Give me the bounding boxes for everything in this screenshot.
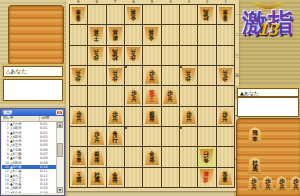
square-24[interactable] [198, 66, 215, 85]
gekisashi-logo: 激指 13 [236, 1, 300, 47]
square-27[interactable] [198, 127, 215, 146]
gote-info-box [3, 79, 63, 101]
square-55[interactable]: 龍王 [143, 86, 160, 105]
hand-piece-飛車[interactable]: 飛車 [247, 127, 263, 145]
piece-金将-52[interactable]: 金将 [144, 27, 159, 43]
piece-香車-19[interactable]: 香車 [218, 169, 233, 185]
piece-歩兵-54[interactable]: 歩兵 [144, 68, 159, 84]
square-66[interactable] [125, 107, 142, 126]
piece-歩兵-45[interactable]: 歩兵 [163, 88, 178, 104]
square-59[interactable] [143, 168, 160, 187]
rank-label: 三 [235, 45, 239, 65]
square-79[interactable]: 金将 [107, 168, 124, 187]
hand-piece-歩兵[interactable]: 歩兵 [247, 176, 260, 191]
hand-piece-桂馬[interactable]: 桂馬 [247, 157, 262, 174]
square-67[interactable] [125, 127, 142, 146]
square-35[interactable] [180, 86, 197, 105]
hoshi-dot [125, 66, 127, 68]
gote-captured-stand[interactable] [8, 5, 64, 65]
square-73[interactable]: 桂馬 [107, 46, 124, 65]
piece-歩兵-14[interactable]: 歩兵 [218, 68, 233, 84]
piece-桂馬-89[interactable]: 桂馬 [89, 169, 104, 185]
square-16[interactable]: 歩兵 [217, 107, 234, 126]
scroll-up-icon[interactable]: ▲ [57, 122, 63, 128]
square-92[interactable] [70, 25, 87, 44]
gote-player-label: △あなた [3, 66, 63, 77]
kifu-move-list[interactable]: 1▲7六歩0:012△3四歩0:013▲6六歩0:024△8四歩0:035▲5六… [2, 122, 58, 193]
piece-銀将-88[interactable]: 銀将 [89, 149, 104, 165]
square-96[interactable]: 歩兵 [70, 107, 87, 126]
kifu-row-17[interactable]: 17▲5八金0:16 [2, 191, 58, 193]
square-19[interactable]: 香車 [217, 168, 234, 187]
piece-成銀-29[interactable]: 成銀 [199, 169, 214, 185]
square-23[interactable] [198, 46, 215, 65]
square-18[interactable] [217, 147, 234, 166]
kifu-title: 棋譜 [3, 109, 12, 116]
piece-歩兵-65[interactable]: 歩兵 [126, 88, 141, 104]
square-77[interactable]: 角行 [107, 127, 124, 146]
square-48[interactable] [162, 147, 179, 166]
piece-歩兵-34[interactable]: 歩兵 [181, 68, 196, 84]
square-54[interactable]: 歩兵 [143, 66, 160, 85]
square-72[interactable]: 銀将 [107, 25, 124, 44]
square-39[interactable] [180, 168, 197, 187]
piece-金将-61[interactable]: 金将 [126, 7, 141, 23]
piece-金将-58[interactable]: 金将 [144, 149, 159, 165]
piece-歩兵-36[interactable]: 歩兵 [181, 108, 196, 124]
square-69[interactable] [125, 168, 142, 187]
piece-香車-98[interactable]: 香車 [71, 149, 86, 165]
square-88[interactable]: 銀将 [88, 147, 105, 166]
piece-金将-79[interactable]: 金将 [108, 169, 123, 185]
square-98[interactable]: 香車 [70, 147, 87, 166]
square-93[interactable] [70, 46, 87, 65]
square-12[interactable] [217, 25, 234, 44]
square-41[interactable] [162, 5, 179, 24]
square-91[interactable]: 香車 [70, 5, 87, 24]
piece-龍王-55[interactable]: 龍王 [144, 88, 159, 104]
square-45[interactable]: 歩兵 [162, 86, 179, 105]
square-65[interactable]: 歩兵 [125, 86, 142, 105]
square-38[interactable] [180, 147, 197, 166]
hand-piece-歩兵[interactable]: 歩兵 [275, 176, 288, 191]
square-11[interactable]: 香車 [217, 5, 234, 24]
square-28[interactable]: 角行 [198, 147, 215, 166]
square-43[interactable] [162, 46, 179, 65]
piece-桂馬-73[interactable]: 桂馬 [108, 47, 123, 63]
sente-info-box [237, 97, 299, 117]
kifu-window: 棋譜 × 指し手 時間 1▲7六歩0:012△3四歩0:013▲6六歩0:024… [0, 108, 65, 196]
square-85[interactable] [88, 86, 105, 105]
piece-歩兵-63[interactable]: 歩兵 [126, 47, 141, 63]
square-76[interactable]: 歩兵 [107, 107, 124, 126]
square-29[interactable]: 成銀 [198, 168, 215, 187]
piece-銀将-72[interactable]: 銀将 [108, 27, 123, 43]
square-99[interactable]: 玉将 [70, 168, 87, 187]
scroll-down-icon[interactable]: ▼ [57, 187, 63, 193]
square-95[interactable] [70, 86, 87, 105]
piece-香車-11[interactable]: 香車 [218, 7, 233, 23]
square-78[interactable] [107, 147, 124, 166]
piece-桂馬-21[interactable]: 桂馬 [199, 7, 214, 23]
kifu-titlebar[interactable]: 棋譜 × [1, 109, 64, 116]
piece-玉将-99[interactable]: 玉将 [71, 169, 86, 185]
close-icon[interactable]: × [56, 110, 63, 115]
piece-銀将-56[interactable]: 銀将 [144, 108, 159, 124]
square-46[interactable] [162, 107, 179, 126]
square-13[interactable] [217, 46, 234, 65]
square-61[interactable]: 金将 [125, 5, 142, 24]
piece-歩兵-96[interactable]: 歩兵 [71, 108, 86, 124]
square-51[interactable] [143, 5, 160, 24]
square-87[interactable]: 歩兵 [88, 127, 105, 146]
piece-歩兵-87[interactable]: 歩兵 [89, 129, 104, 145]
hand-piece-歩兵[interactable]: 歩兵 [289, 176, 300, 191]
square-52[interactable]: 金将 [143, 25, 160, 44]
square-25[interactable] [198, 86, 215, 105]
square-89[interactable]: 桂馬 [88, 168, 105, 187]
square-22[interactable] [198, 25, 215, 44]
square-37[interactable] [180, 127, 197, 146]
square-71[interactable] [107, 5, 124, 24]
square-44[interactable] [162, 66, 179, 85]
square-53[interactable] [143, 46, 160, 65]
square-56[interactable]: 銀将 [143, 107, 160, 126]
piece-歩兵-76[interactable]: 歩兵 [108, 108, 123, 124]
logo-version-number: 13 [257, 21, 278, 39]
square-21[interactable]: 桂馬 [198, 5, 215, 24]
square-83[interactable]: 歩兵 [88, 46, 105, 65]
piece-角行-28[interactable]: 角行 [199, 149, 214, 165]
scroll-thumb[interactable] [57, 143, 63, 157]
square-57[interactable] [143, 127, 160, 146]
piece-角行-77[interactable]: 角行 [108, 129, 123, 145]
shogi-app-screen: △あなた 987654321 一二三四五六七八九 香車金将桂馬香車王将銀将金将歩… [0, 0, 300, 196]
square-42[interactable] [162, 25, 179, 44]
square-74[interactable]: 歩兵 [107, 66, 124, 85]
sente-player-label: ▲あなた [237, 88, 299, 97]
board-grid[interactable]: 香車金将桂馬香車王将銀将金将歩兵桂馬歩兵歩兵歩兵歩兵歩兵歩兵歩兵龍王歩兵歩兵歩兵… [69, 4, 235, 188]
square-62[interactable] [125, 25, 142, 44]
square-82[interactable]: 王将 [88, 25, 105, 44]
square-14[interactable]: 歩兵 [217, 66, 234, 85]
piece-歩兵-94[interactable]: 歩兵 [71, 68, 86, 84]
square-36[interactable]: 歩兵 [180, 107, 197, 126]
square-84[interactable] [88, 66, 105, 85]
square-86[interactable] [88, 107, 105, 126]
square-26[interactable] [198, 107, 215, 126]
shogi-board: 987654321 一二三四五六七八九 香車金将桂馬香車王将銀将金将歩兵桂馬歩兵… [66, 0, 239, 191]
piece-歩兵-16[interactable]: 歩兵 [218, 108, 233, 124]
square-63[interactable]: 歩兵 [125, 46, 142, 65]
piece-香車-91[interactable]: 香車 [71, 7, 86, 23]
square-31[interactable] [180, 5, 197, 24]
sente-captured-stand[interactable]: 飛車桂馬歩兵歩兵歩兵歩兵 [236, 118, 300, 196]
piece-歩兵-74[interactable]: 歩兵 [108, 68, 123, 84]
square-64[interactable] [125, 66, 142, 85]
hand-piece-歩兵[interactable]: 歩兵 [261, 176, 274, 191]
square-33[interactable] [180, 46, 197, 65]
square-81[interactable] [88, 5, 105, 24]
square-15[interactable] [217, 86, 234, 105]
square-49[interactable] [162, 168, 179, 187]
piece-歩兵-83[interactable]: 歩兵 [89, 47, 104, 63]
square-97[interactable] [70, 127, 87, 146]
square-58[interactable]: 金将 [143, 147, 160, 166]
piece-王将-82[interactable]: 王将 [89, 27, 104, 43]
rank-label: 四 [235, 65, 239, 85]
square-94[interactable]: 歩兵 [70, 66, 87, 85]
square-47[interactable] [162, 127, 179, 146]
square-68[interactable] [125, 147, 142, 166]
square-17[interactable] [217, 127, 234, 146]
square-32[interactable] [180, 25, 197, 44]
square-34[interactable]: 歩兵 [180, 66, 197, 85]
square-75[interactable] [107, 86, 124, 105]
kifu-scrollbar[interactable]: ▲ ▼ [56, 122, 63, 193]
